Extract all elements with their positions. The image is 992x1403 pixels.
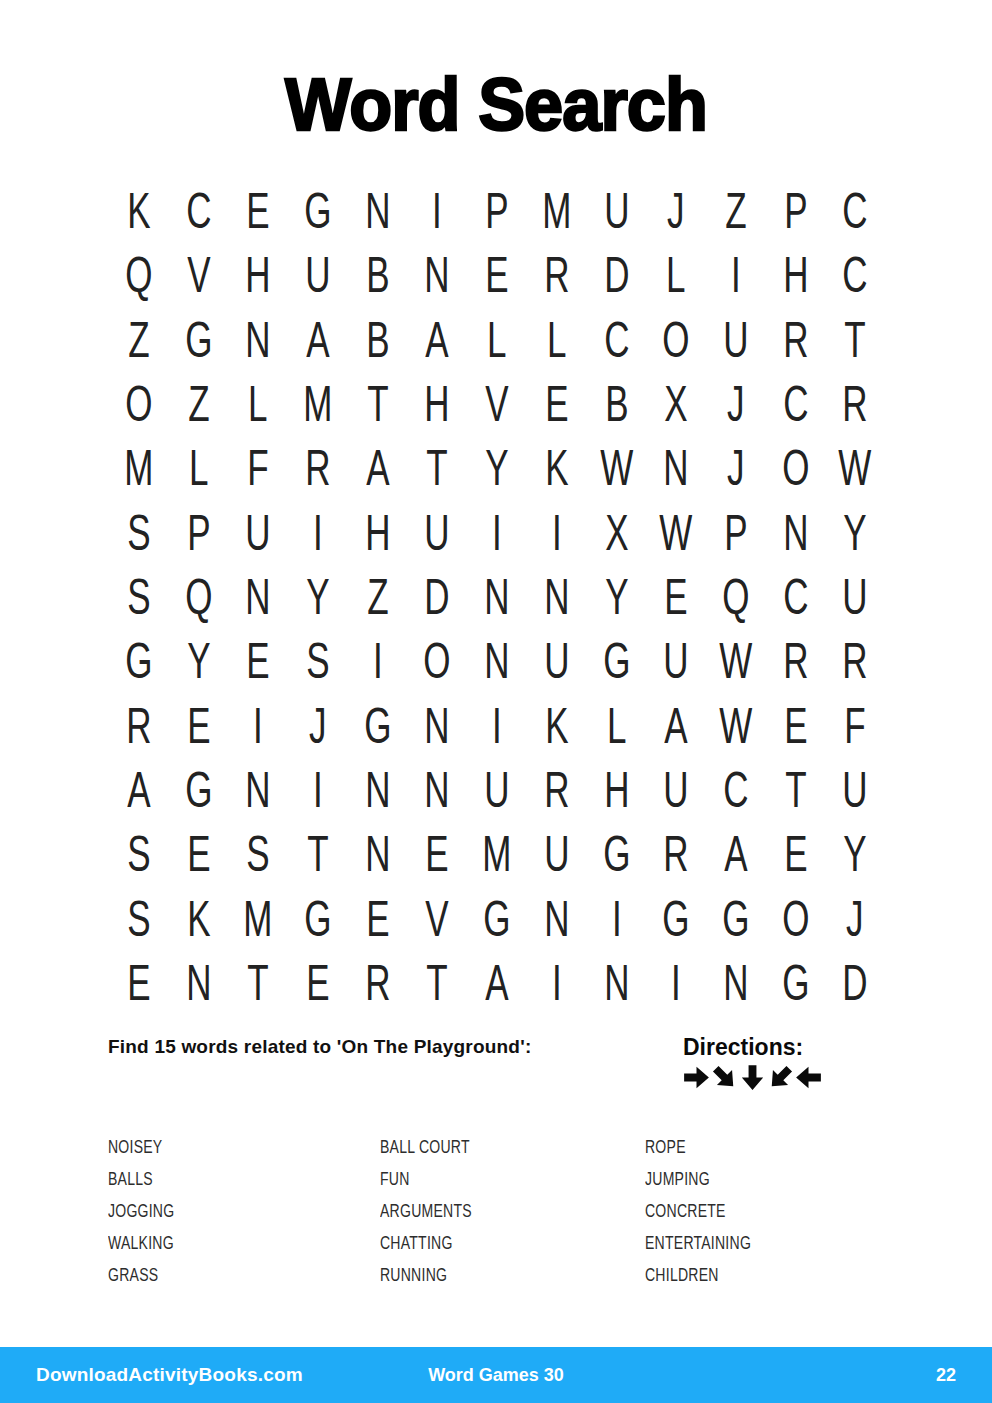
grid-cell: T [416, 436, 458, 500]
grid-cell: J [715, 436, 757, 500]
grid-cell: R [118, 693, 160, 757]
grid-cell: P [775, 179, 817, 243]
grid-cell: I [416, 179, 458, 243]
grid-cell: A [655, 693, 697, 757]
grid-cell: N [476, 565, 518, 629]
grid-cell: S [118, 886, 160, 950]
grid-cell: W [655, 501, 697, 565]
grid-cell: N [595, 951, 637, 1015]
grid-cell: E [775, 822, 817, 886]
grid-cell: N [416, 758, 458, 822]
grid-cell: F [834, 693, 876, 757]
grid-cell: S [118, 565, 160, 629]
grid-cell: R [775, 629, 817, 693]
grid-cell: R [536, 758, 578, 822]
footer: DownloadActivityBooks.com Word Games 30 … [0, 1347, 992, 1403]
grid-cell: Z [118, 308, 160, 372]
grid-cell: G [178, 308, 220, 372]
grid-cell: W [834, 436, 876, 500]
grid-cell: M [118, 436, 160, 500]
grid-cell: Y [178, 629, 220, 693]
down-left-arrow-icon [767, 1064, 794, 1091]
grid-cell: Z [178, 372, 220, 436]
grid-cell: N [237, 758, 279, 822]
word-list-item: NOISEY [108, 1131, 320, 1163]
grid-cell: V [476, 372, 518, 436]
grid-cell: U [655, 629, 697, 693]
grid-cell: H [416, 372, 458, 436]
grid-cell: B [357, 243, 399, 307]
grid-cell: Z [715, 179, 757, 243]
grid-cell: K [178, 886, 220, 950]
grid-cell: T [357, 372, 399, 436]
grid-cell: N [715, 951, 757, 1015]
word-list-item: ARGUMENTS [380, 1195, 587, 1227]
word-list-item: RUNNING [380, 1259, 587, 1291]
grid-cell: I [655, 951, 697, 1015]
grid-cell: S [237, 822, 279, 886]
grid-cell: N [178, 951, 220, 1015]
grid-cell: G [715, 886, 757, 950]
word-list-item: CHILDREN [645, 1259, 751, 1291]
word-list-item: BALLS [108, 1163, 320, 1195]
word-list-item: FUN [380, 1163, 587, 1195]
grid-cell: N [357, 822, 399, 886]
grid-cell: N [655, 436, 697, 500]
grid-cell: G [118, 629, 160, 693]
grid-cell: M [237, 886, 279, 950]
word-list-item: BALL COURT [380, 1131, 587, 1163]
grid-cell: D [595, 243, 637, 307]
word-list-item: ENTERTAINING [645, 1227, 751, 1259]
grid-cell: T [416, 951, 458, 1015]
grid-cell: Y [834, 501, 876, 565]
grid-cell: N [357, 179, 399, 243]
grid-cell: L [655, 243, 697, 307]
grid-cell: U [476, 758, 518, 822]
grid-cell: R [536, 243, 578, 307]
grid-cell: N [416, 693, 458, 757]
grid-cell: C [834, 179, 876, 243]
grid-cell: E [476, 243, 518, 307]
footer-site-name: DownloadActivityBooks.com [36, 1364, 303, 1386]
grid-cell: R [297, 436, 339, 500]
grid-cell: M [297, 372, 339, 436]
grid-cell: S [297, 629, 339, 693]
grid-cell: S [118, 822, 160, 886]
grid-cell: U [237, 501, 279, 565]
grid-cell: J [655, 179, 697, 243]
grid-cell: E [237, 179, 279, 243]
grid-cell: T [775, 758, 817, 822]
directions-arrows [683, 1064, 822, 1091]
grid-cell: N [536, 886, 578, 950]
grid-cell: K [118, 179, 160, 243]
grid-cell: N [476, 629, 518, 693]
grid-cell: T [237, 951, 279, 1015]
grid-cell: I [237, 693, 279, 757]
grid-cell: B [595, 372, 637, 436]
grid-cell: C [775, 372, 817, 436]
grid-cell: C [178, 179, 220, 243]
word-list-item: JUMPING [645, 1163, 751, 1195]
grid-cell: E [237, 629, 279, 693]
grid-cell: E [178, 822, 220, 886]
grid-cell: E [118, 951, 160, 1015]
grid-cell: C [834, 243, 876, 307]
grid-cell: Y [834, 822, 876, 886]
grid-cell: W [715, 629, 757, 693]
grid-cell: I [297, 501, 339, 565]
grid-cell: N [536, 565, 578, 629]
grid-cell: N [237, 308, 279, 372]
grid-cell: T [297, 822, 339, 886]
grid-cell: R [655, 822, 697, 886]
grid-cell: A [715, 822, 757, 886]
grid-cell: S [118, 501, 160, 565]
word-list-item: CONCRETE [645, 1195, 751, 1227]
grid-cell: U [655, 758, 697, 822]
grid-cell: G [476, 886, 518, 950]
grid-cell: E [357, 886, 399, 950]
footer-page-number: 22 [936, 1365, 956, 1386]
grid-cell: C [775, 565, 817, 629]
grid-cell: I [297, 758, 339, 822]
grid-cell: A [297, 308, 339, 372]
grid-cell: Q [715, 565, 757, 629]
grid-cell: M [476, 822, 518, 886]
grid-cell: M [536, 179, 578, 243]
grid-cell: U [536, 822, 578, 886]
word-search-grid: KCEGNIPMUJZPCQVHUBNERDLIHCZGNABALLCOURTO… [109, 179, 885, 1015]
grid-cell: L [595, 693, 637, 757]
grid-cell: G [297, 179, 339, 243]
grid-cell: W [595, 436, 637, 500]
grid-cell: I [476, 501, 518, 565]
grid-cell: G [595, 822, 637, 886]
grid-cell: A [357, 436, 399, 500]
grid-cell: O [655, 308, 697, 372]
grid-cell: Y [297, 565, 339, 629]
word-list-item: WALKING [108, 1227, 320, 1259]
grid-cell: F [237, 436, 279, 500]
left-arrow-icon [795, 1064, 822, 1091]
grid-cell: G [357, 693, 399, 757]
grid-cell: G [297, 886, 339, 950]
grid-cell: P [476, 179, 518, 243]
grid-cell: G [655, 886, 697, 950]
grid-cell: V [178, 243, 220, 307]
grid-cell: A [118, 758, 160, 822]
grid-cell: N [357, 758, 399, 822]
page-title: Word Search [25, 62, 967, 147]
grid-cell: H [595, 758, 637, 822]
grid-cell: T [834, 308, 876, 372]
grid-cell: I [476, 693, 518, 757]
grid-cell: C [715, 758, 757, 822]
grid-cell: H [357, 501, 399, 565]
grid-cell: D [834, 951, 876, 1015]
grid-cell: R [775, 308, 817, 372]
grid-cell: O [775, 436, 817, 500]
grid-cell: L [536, 308, 578, 372]
grid-cell: K [536, 436, 578, 500]
grid-cell: P [178, 501, 220, 565]
grid-cell: R [834, 629, 876, 693]
grid-cell: A [476, 951, 518, 1015]
grid-cell: O [416, 629, 458, 693]
grid-cell: I [536, 951, 578, 1015]
grid-cell: Y [595, 565, 637, 629]
grid-cell: P [715, 501, 757, 565]
grid-cell: U [834, 758, 876, 822]
grid-cell: U [715, 308, 757, 372]
directions-heading: Directions: [683, 1034, 803, 1061]
grid-cell: H [775, 243, 817, 307]
find-words-instruction: Find 15 words related to 'On The Playgro… [108, 1036, 531, 1058]
grid-cell: U [416, 501, 458, 565]
grid-cell: E [416, 822, 458, 886]
footer-book-title: Word Games 30 [428, 1365, 564, 1386]
word-list: NOISEYBALLSJOGGINGWALKINGGRASSBALL COURT… [108, 1131, 781, 1291]
grid-cell: E [655, 565, 697, 629]
grid-cell: K [536, 693, 578, 757]
grid-cell: B [357, 308, 399, 372]
grid-cell: Z [357, 565, 399, 629]
grid-cell: X [655, 372, 697, 436]
grid-cell: E [297, 951, 339, 1015]
grid-cell: J [297, 693, 339, 757]
grid-cell: G [178, 758, 220, 822]
word-list-item: JOGGING [108, 1195, 320, 1227]
grid-cell: O [775, 886, 817, 950]
grid-cell: L [237, 372, 279, 436]
grid-cell: G [595, 629, 637, 693]
grid-cell: E [178, 693, 220, 757]
grid-cell: C [595, 308, 637, 372]
grid-cell: E [775, 693, 817, 757]
grid-cell: I [536, 501, 578, 565]
word-list-item: ROPE [645, 1131, 751, 1163]
grid-cell: Q [118, 243, 160, 307]
grid-cell: L [178, 436, 220, 500]
grid-cell: Y [476, 436, 518, 500]
grid-cell: R [357, 951, 399, 1015]
grid-cell: D [416, 565, 458, 629]
worksheet-page: Word Search KCEGNIPMUJZPCQVHUBNERDLIHCZG… [0, 0, 992, 1403]
grid-cell: I [595, 886, 637, 950]
grid-cell: J [834, 886, 876, 950]
grid-cell: H [237, 243, 279, 307]
grid-cell: U [834, 565, 876, 629]
grid-cell: U [297, 243, 339, 307]
grid-cell: N [237, 565, 279, 629]
grid-cell: R [834, 372, 876, 436]
grid-cell: W [715, 693, 757, 757]
grid-cell: I [715, 243, 757, 307]
grid-cell: A [416, 308, 458, 372]
grid-cell: U [595, 179, 637, 243]
grid-cell: O [118, 372, 160, 436]
grid-cell: X [595, 501, 637, 565]
grid-cell: G [775, 951, 817, 1015]
grid-cell: V [416, 886, 458, 950]
grid-cell: U [536, 629, 578, 693]
grid-cell: L [476, 308, 518, 372]
grid-cell: I [357, 629, 399, 693]
grid-cell: N [775, 501, 817, 565]
word-list-item: CHATTING [380, 1227, 587, 1259]
grid-cell: J [715, 372, 757, 436]
grid-cell: E [536, 372, 578, 436]
grid-cell: Q [178, 565, 220, 629]
grid-cell: N [416, 243, 458, 307]
word-list-item: GRASS [108, 1259, 320, 1291]
down-right-arrow-icon [711, 1064, 738, 1091]
